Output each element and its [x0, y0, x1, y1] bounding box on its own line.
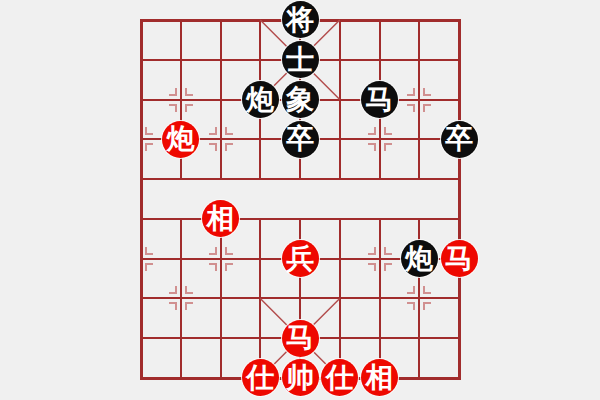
board-point[interactable] — [121, 318, 161, 358]
board-point[interactable] — [399, 0, 439, 40]
board-point[interactable] — [280, 278, 320, 318]
board-grid: 将士炮象马炮卒卒相兵炮马马仕帅仕相 — [121, 0, 479, 398]
board-point[interactable]: 炮 — [399, 239, 439, 279]
board-point[interactable]: 马 — [280, 318, 320, 358]
board-point[interactable] — [399, 119, 439, 159]
board-point[interactable]: 马 — [439, 239, 479, 279]
board-point[interactable] — [320, 0, 360, 40]
board-point[interactable] — [201, 119, 241, 159]
board-point[interactable] — [320, 159, 360, 199]
board-point[interactable] — [121, 358, 161, 398]
board-point[interactable]: 炮 — [240, 80, 280, 120]
piece-black-炮[interactable]: 炮 — [401, 240, 438, 277]
board-point[interactable] — [439, 358, 479, 398]
board-point[interactable]: 炮 — [161, 119, 201, 159]
board-point[interactable] — [320, 80, 360, 120]
board-point[interactable] — [161, 80, 201, 120]
piece-black-卒[interactable]: 卒 — [441, 121, 478, 158]
piece-black-马[interactable]: 马 — [361, 81, 398, 118]
board-point[interactable] — [360, 119, 400, 159]
board-point[interactable] — [360, 318, 400, 358]
piece-red-马[interactable]: 马 — [282, 320, 319, 357]
board-point[interactable] — [201, 0, 241, 40]
board-point[interactable] — [240, 318, 280, 358]
board-point[interactable] — [360, 239, 400, 279]
board-point[interactable] — [399, 40, 439, 80]
board-point[interactable] — [360, 159, 400, 199]
board-point[interactable] — [161, 40, 201, 80]
board-point[interactable]: 仕 — [240, 358, 280, 398]
board-point[interactable] — [201, 358, 241, 398]
board-point[interactable] — [280, 199, 320, 239]
board-point[interactable] — [320, 278, 360, 318]
board-point[interactable] — [240, 199, 280, 239]
board-point[interactable] — [201, 318, 241, 358]
board-point[interactable] — [439, 0, 479, 40]
board-point[interactable] — [399, 199, 439, 239]
board-point[interactable] — [161, 159, 201, 199]
board-point[interactable] — [320, 119, 360, 159]
board-point[interactable] — [240, 0, 280, 40]
board-point[interactable] — [240, 40, 280, 80]
board-point[interactable] — [399, 318, 439, 358]
board-point[interactable]: 士 — [280, 40, 320, 80]
board-point[interactable] — [399, 278, 439, 318]
board-point[interactable] — [439, 80, 479, 120]
piece-red-仕[interactable]: 仕 — [321, 359, 358, 396]
board-point[interactable]: 相 — [360, 358, 400, 398]
board-point[interactable] — [360, 40, 400, 80]
board-point[interactable] — [240, 159, 280, 199]
board-point[interactable]: 相 — [201, 199, 241, 239]
board-point[interactable] — [360, 199, 400, 239]
piece-black-将[interactable]: 将 — [282, 1, 319, 38]
board-point[interactable]: 仕 — [320, 358, 360, 398]
board-point[interactable] — [240, 278, 280, 318]
board-point[interactable]: 象 — [280, 80, 320, 120]
xiangqi-board: 将士炮象马炮卒卒相兵炮马马仕帅仕相 — [0, 0, 600, 400]
board-point[interactable] — [201, 278, 241, 318]
piece-black-卒[interactable]: 卒 — [282, 121, 319, 158]
board-point[interactable] — [161, 199, 201, 239]
board-point[interactable] — [161, 358, 201, 398]
board-point[interactable] — [439, 199, 479, 239]
board-point[interactable] — [201, 159, 241, 199]
board-point[interactable] — [121, 119, 161, 159]
board-point[interactable] — [121, 40, 161, 80]
board-point[interactable]: 帅 — [280, 358, 320, 398]
board-point[interactable]: 卒 — [280, 119, 320, 159]
board-point[interactable] — [161, 318, 201, 358]
board-point[interactable] — [201, 80, 241, 120]
piece-black-炮[interactable]: 炮 — [242, 81, 279, 118]
board-point[interactable] — [121, 159, 161, 199]
piece-red-仕[interactable]: 仕 — [242, 359, 279, 396]
board-point[interactable] — [320, 199, 360, 239]
board-point[interactable] — [360, 0, 400, 40]
board-point[interactable] — [439, 318, 479, 358]
board-point[interactable] — [240, 119, 280, 159]
board-point[interactable] — [439, 278, 479, 318]
board-point[interactable]: 马 — [360, 80, 400, 120]
board-point[interactable] — [320, 318, 360, 358]
board-point[interactable] — [439, 159, 479, 199]
piece-red-帅[interactable]: 帅 — [282, 359, 319, 396]
piece-black-士[interactable]: 士 — [282, 41, 319, 78]
piece-red-马[interactable]: 马 — [441, 240, 478, 277]
board-point[interactable] — [161, 239, 201, 279]
board-point[interactable] — [121, 199, 161, 239]
piece-black-象[interactable]: 象 — [282, 81, 319, 118]
board-point[interactable] — [399, 159, 439, 199]
board-point[interactable] — [320, 40, 360, 80]
board-point[interactable] — [201, 239, 241, 279]
board-point[interactable] — [161, 0, 201, 40]
piece-red-炮[interactable]: 炮 — [162, 121, 199, 158]
piece-red-相[interactable]: 相 — [202, 200, 239, 237]
board-point[interactable]: 兵 — [280, 239, 320, 279]
board-point[interactable] — [161, 278, 201, 318]
board-point[interactable] — [280, 159, 320, 199]
piece-red-相[interactable]: 相 — [361, 359, 398, 396]
board-point[interactable] — [399, 80, 439, 120]
board-point[interactable] — [240, 239, 280, 279]
board-point[interactable] — [121, 278, 161, 318]
board-point[interactable] — [121, 80, 161, 120]
piece-red-兵[interactable]: 兵 — [282, 240, 319, 277]
board-point[interactable] — [121, 239, 161, 279]
board-point[interactable]: 将 — [280, 0, 320, 40]
board-point[interactable] — [201, 40, 241, 80]
board-point[interactable] — [399, 358, 439, 398]
board-point[interactable] — [121, 0, 161, 40]
board-point[interactable] — [439, 40, 479, 80]
board-point[interactable] — [320, 239, 360, 279]
board-point[interactable] — [360, 278, 400, 318]
board-point[interactable]: 卒 — [439, 119, 479, 159]
